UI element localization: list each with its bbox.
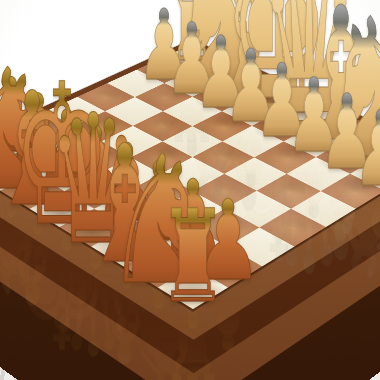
scene-3d bbox=[0, 0, 380, 380]
chess-set-photo: ♜♜♞♞♝♝♛♛♚♚♝♝♞♞♜♜♟♟♟♟♟♟♟♟♟♟♟♟♟♟♟♟♟♟♟♟♟♟♟♟… bbox=[0, 0, 380, 380]
